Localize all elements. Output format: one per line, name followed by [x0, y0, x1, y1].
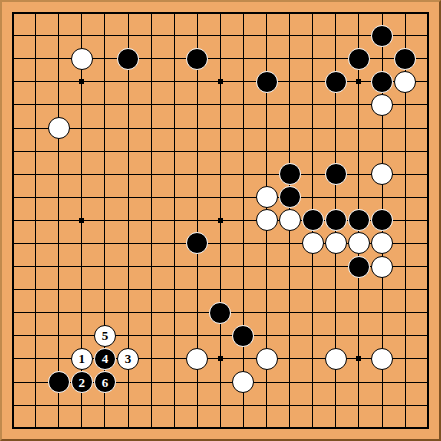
intersection[interactable] — [232, 394, 255, 417]
intersection[interactable] — [70, 47, 93, 70]
intersection[interactable] — [24, 47, 47, 70]
intersection[interactable] — [209, 347, 232, 370]
intersection[interactable] — [186, 163, 209, 186]
intersection[interactable] — [255, 371, 278, 394]
intersection[interactable] — [417, 186, 440, 209]
intersection[interactable] — [394, 116, 417, 139]
intersection[interactable] — [371, 116, 394, 139]
intersection[interactable] — [24, 93, 47, 116]
intersection[interactable] — [255, 278, 278, 301]
intersection[interactable] — [47, 47, 70, 70]
intersection[interactable] — [47, 1, 70, 24]
intersection[interactable] — [417, 163, 440, 186]
intersection[interactable] — [116, 232, 139, 255]
intersection[interactable] — [417, 209, 440, 232]
intersection[interactable] — [24, 371, 47, 394]
intersection[interactable] — [24, 1, 47, 24]
intersection[interactable] — [47, 186, 70, 209]
intersection[interactable] — [209, 301, 232, 324]
intersection[interactable] — [186, 140, 209, 163]
intersection[interactable] — [1, 116, 24, 139]
intersection[interactable] — [394, 347, 417, 370]
intersection[interactable] — [24, 255, 47, 278]
intersection[interactable] — [232, 47, 255, 70]
intersection[interactable] — [301, 116, 324, 139]
intersection[interactable] — [301, 301, 324, 324]
intersection[interactable] — [116, 47, 139, 70]
intersection[interactable] — [278, 255, 301, 278]
intersection[interactable] — [301, 70, 324, 93]
intersection[interactable] — [394, 278, 417, 301]
intersection[interactable] — [186, 70, 209, 93]
intersection[interactable] — [394, 24, 417, 47]
intersection[interactable] — [255, 417, 278, 440]
intersection[interactable] — [1, 209, 24, 232]
intersection[interactable] — [394, 417, 417, 440]
intersection[interactable] — [255, 232, 278, 255]
intersection[interactable] — [93, 255, 116, 278]
intersection[interactable] — [163, 24, 186, 47]
intersection[interactable] — [24, 24, 47, 47]
intersection[interactable] — [140, 93, 163, 116]
intersection[interactable] — [163, 163, 186, 186]
intersection[interactable] — [417, 417, 440, 440]
intersection[interactable] — [209, 116, 232, 139]
intersection[interactable] — [394, 394, 417, 417]
intersection[interactable] — [186, 324, 209, 347]
intersection[interactable] — [324, 1, 347, 24]
intersection[interactable] — [70, 417, 93, 440]
intersection[interactable] — [301, 255, 324, 278]
intersection[interactable] — [47, 70, 70, 93]
intersection[interactable] — [301, 47, 324, 70]
intersection[interactable] — [394, 232, 417, 255]
intersection[interactable] — [371, 24, 394, 47]
intersection[interactable] — [116, 417, 139, 440]
intersection[interactable] — [232, 301, 255, 324]
intersection[interactable] — [417, 394, 440, 417]
intersection[interactable] — [140, 417, 163, 440]
intersection[interactable] — [255, 24, 278, 47]
intersection[interactable] — [24, 116, 47, 139]
intersection[interactable] — [93, 70, 116, 93]
intersection[interactable] — [232, 70, 255, 93]
intersection[interactable] — [371, 301, 394, 324]
intersection[interactable] — [93, 47, 116, 70]
intersection[interactable] — [394, 255, 417, 278]
intersection[interactable] — [232, 255, 255, 278]
intersection[interactable] — [371, 394, 394, 417]
intersection[interactable] — [209, 232, 232, 255]
intersection[interactable] — [371, 186, 394, 209]
intersection[interactable] — [209, 255, 232, 278]
intersection[interactable] — [47, 209, 70, 232]
intersection[interactable] — [47, 278, 70, 301]
intersection[interactable] — [140, 140, 163, 163]
intersection[interactable] — [140, 1, 163, 24]
intersection[interactable] — [186, 371, 209, 394]
intersection[interactable] — [116, 93, 139, 116]
intersection[interactable] — [116, 301, 139, 324]
intersection[interactable] — [278, 371, 301, 394]
intersection[interactable] — [140, 232, 163, 255]
intersection[interactable] — [1, 1, 24, 24]
intersection[interactable] — [301, 371, 324, 394]
intersection[interactable] — [232, 24, 255, 47]
intersection[interactable] — [163, 255, 186, 278]
intersection[interactable] — [417, 232, 440, 255]
intersection[interactable] — [255, 163, 278, 186]
intersection[interactable] — [24, 324, 47, 347]
intersection[interactable] — [163, 417, 186, 440]
intersection[interactable] — [70, 163, 93, 186]
intersection[interactable] — [140, 24, 163, 47]
intersection[interactable] — [163, 371, 186, 394]
intersection[interactable] — [232, 1, 255, 24]
intersection[interactable] — [371, 232, 394, 255]
intersection[interactable] — [47, 347, 70, 370]
intersection[interactable] — [93, 93, 116, 116]
intersection[interactable] — [163, 278, 186, 301]
intersection[interactable] — [70, 140, 93, 163]
intersection[interactable] — [116, 394, 139, 417]
intersection[interactable] — [417, 70, 440, 93]
intersection[interactable] — [186, 209, 209, 232]
intersection[interactable] — [47, 232, 70, 255]
intersection[interactable] — [209, 70, 232, 93]
intersection[interactable] — [186, 116, 209, 139]
intersection[interactable] — [116, 24, 139, 47]
intersection[interactable] — [394, 324, 417, 347]
intersection[interactable] — [1, 24, 24, 47]
intersection[interactable] — [324, 186, 347, 209]
intersection[interactable] — [324, 347, 347, 370]
intersection[interactable] — [93, 209, 116, 232]
intersection[interactable] — [1, 278, 24, 301]
intersection[interactable] — [140, 209, 163, 232]
intersection[interactable] — [93, 394, 116, 417]
intersection[interactable] — [140, 278, 163, 301]
intersection[interactable] — [70, 324, 93, 347]
intersection[interactable] — [324, 278, 347, 301]
intersection[interactable] — [255, 347, 278, 370]
intersection[interactable] — [232, 232, 255, 255]
intersection[interactable] — [417, 347, 440, 370]
intersection[interactable] — [371, 255, 394, 278]
intersection[interactable] — [347, 140, 370, 163]
intersection[interactable] — [70, 278, 93, 301]
intersection[interactable] — [47, 255, 70, 278]
intersection[interactable] — [1, 70, 24, 93]
intersection[interactable] — [24, 347, 47, 370]
intersection[interactable] — [209, 209, 232, 232]
intersection[interactable] — [1, 371, 24, 394]
intersection[interactable] — [301, 347, 324, 370]
intersection[interactable] — [347, 93, 370, 116]
intersection[interactable] — [209, 278, 232, 301]
intersection[interactable] — [371, 47, 394, 70]
intersection[interactable] — [47, 371, 70, 394]
intersection[interactable] — [1, 417, 24, 440]
intersection[interactable] — [394, 70, 417, 93]
intersection[interactable] — [301, 140, 324, 163]
intersection[interactable] — [116, 255, 139, 278]
intersection[interactable] — [278, 186, 301, 209]
intersection[interactable] — [371, 417, 394, 440]
intersection[interactable] — [1, 93, 24, 116]
intersection[interactable] — [24, 163, 47, 186]
intersection[interactable] — [93, 116, 116, 139]
intersection[interactable] — [394, 209, 417, 232]
intersection[interactable] — [232, 371, 255, 394]
intersection[interactable] — [417, 324, 440, 347]
intersection[interactable] — [70, 394, 93, 417]
intersection[interactable] — [278, 232, 301, 255]
intersection[interactable] — [417, 140, 440, 163]
intersection[interactable] — [163, 1, 186, 24]
intersection[interactable] — [417, 47, 440, 70]
intersection[interactable] — [209, 140, 232, 163]
intersection[interactable] — [347, 324, 370, 347]
intersection[interactable] — [1, 255, 24, 278]
intersection[interactable] — [255, 301, 278, 324]
intersection[interactable] — [1, 163, 24, 186]
intersection[interactable] — [278, 301, 301, 324]
intersection[interactable] — [186, 186, 209, 209]
intersection[interactable] — [324, 93, 347, 116]
intersection[interactable] — [255, 47, 278, 70]
intersection[interactable] — [324, 47, 347, 70]
intersection[interactable] — [70, 209, 93, 232]
intersection[interactable] — [278, 417, 301, 440]
intersection[interactable]: 1 — [70, 347, 93, 370]
intersection[interactable] — [347, 47, 370, 70]
intersection[interactable] — [232, 116, 255, 139]
intersection[interactable] — [209, 186, 232, 209]
intersection[interactable] — [70, 24, 93, 47]
intersection[interactable] — [47, 163, 70, 186]
intersection[interactable] — [324, 324, 347, 347]
intersection[interactable] — [116, 209, 139, 232]
intersection[interactable] — [255, 116, 278, 139]
intersection[interactable] — [186, 93, 209, 116]
intersection[interactable] — [347, 278, 370, 301]
intersection[interactable] — [278, 278, 301, 301]
intersection[interactable] — [1, 324, 24, 347]
intersection[interactable] — [324, 232, 347, 255]
intersection[interactable] — [394, 186, 417, 209]
intersection[interactable] — [93, 278, 116, 301]
intersection[interactable] — [163, 186, 186, 209]
intersection[interactable] — [24, 70, 47, 93]
intersection[interactable] — [70, 93, 93, 116]
intersection[interactable] — [347, 232, 370, 255]
intersection[interactable] — [163, 47, 186, 70]
intersection[interactable] — [278, 140, 301, 163]
intersection[interactable] — [24, 301, 47, 324]
intersection[interactable] — [93, 232, 116, 255]
intersection[interactable] — [255, 255, 278, 278]
intersection[interactable] — [163, 394, 186, 417]
intersection[interactable] — [70, 70, 93, 93]
intersection[interactable]: 2 — [70, 371, 93, 394]
intersection[interactable] — [347, 116, 370, 139]
intersection[interactable] — [116, 1, 139, 24]
intersection[interactable]: 5 — [93, 324, 116, 347]
intersection[interactable] — [417, 255, 440, 278]
intersection[interactable] — [371, 278, 394, 301]
intersection[interactable]: 6 — [93, 371, 116, 394]
intersection[interactable] — [163, 70, 186, 93]
intersection[interactable] — [347, 209, 370, 232]
intersection[interactable] — [278, 1, 301, 24]
intersection[interactable] — [116, 116, 139, 139]
intersection[interactable] — [1, 47, 24, 70]
intersection[interactable] — [47, 93, 70, 116]
intersection[interactable] — [93, 186, 116, 209]
intersection[interactable] — [417, 93, 440, 116]
intersection[interactable] — [93, 140, 116, 163]
intersection[interactable] — [278, 163, 301, 186]
intersection[interactable] — [301, 163, 324, 186]
intersection[interactable] — [1, 140, 24, 163]
intersection[interactable] — [1, 186, 24, 209]
intersection[interactable] — [24, 417, 47, 440]
intersection[interactable] — [93, 301, 116, 324]
intersection[interactable] — [116, 186, 139, 209]
intersection[interactable] — [186, 232, 209, 255]
intersection[interactable] — [1, 347, 24, 370]
intersection[interactable] — [140, 163, 163, 186]
intersection[interactable] — [70, 116, 93, 139]
intersection[interactable] — [186, 278, 209, 301]
intersection[interactable] — [140, 371, 163, 394]
intersection[interactable] — [324, 371, 347, 394]
intersection[interactable] — [70, 255, 93, 278]
intersection[interactable] — [186, 47, 209, 70]
intersection[interactable] — [209, 93, 232, 116]
intersection[interactable] — [163, 140, 186, 163]
intersection[interactable] — [116, 70, 139, 93]
intersection[interactable] — [186, 301, 209, 324]
intersection[interactable] — [255, 93, 278, 116]
intersection[interactable] — [140, 255, 163, 278]
intersection[interactable] — [232, 324, 255, 347]
intersection[interactable] — [324, 140, 347, 163]
intersection[interactable] — [140, 347, 163, 370]
intersection[interactable] — [255, 70, 278, 93]
intersection[interactable] — [209, 394, 232, 417]
intersection[interactable] — [209, 1, 232, 24]
intersection[interactable] — [116, 371, 139, 394]
intersection[interactable] — [24, 278, 47, 301]
intersection[interactable] — [255, 394, 278, 417]
intersection[interactable] — [24, 394, 47, 417]
intersection[interactable] — [47, 140, 70, 163]
intersection[interactable] — [301, 24, 324, 47]
intersection[interactable] — [24, 140, 47, 163]
intersection[interactable] — [47, 116, 70, 139]
intersection[interactable] — [347, 186, 370, 209]
intersection[interactable] — [278, 93, 301, 116]
intersection[interactable] — [163, 301, 186, 324]
intersection[interactable] — [417, 301, 440, 324]
intersection[interactable] — [324, 417, 347, 440]
intersection[interactable] — [186, 394, 209, 417]
intersection[interactable] — [417, 278, 440, 301]
intersection[interactable] — [140, 47, 163, 70]
intersection[interactable] — [47, 301, 70, 324]
intersection[interactable] — [278, 47, 301, 70]
intersection[interactable] — [186, 347, 209, 370]
intersection[interactable] — [116, 278, 139, 301]
intersection[interactable] — [70, 301, 93, 324]
intersection[interactable] — [70, 186, 93, 209]
intersection[interactable] — [278, 347, 301, 370]
intersection[interactable] — [301, 278, 324, 301]
intersection[interactable] — [394, 1, 417, 24]
intersection[interactable] — [209, 371, 232, 394]
intersection[interactable] — [417, 1, 440, 24]
intersection[interactable] — [394, 47, 417, 70]
intersection[interactable] — [232, 347, 255, 370]
intersection[interactable] — [47, 394, 70, 417]
intersection[interactable] — [371, 324, 394, 347]
intersection[interactable] — [93, 1, 116, 24]
intersection[interactable] — [186, 417, 209, 440]
intersection[interactable] — [278, 394, 301, 417]
intersection[interactable] — [347, 1, 370, 24]
intersection[interactable] — [209, 47, 232, 70]
intersection[interactable] — [324, 255, 347, 278]
intersection[interactable] — [301, 93, 324, 116]
intersection[interactable] — [301, 1, 324, 24]
intersection[interactable] — [116, 140, 139, 163]
intersection[interactable]: 4 — [93, 347, 116, 370]
intersection[interactable] — [347, 347, 370, 370]
intersection[interactable] — [301, 417, 324, 440]
intersection[interactable] — [140, 186, 163, 209]
intersection[interactable] — [324, 24, 347, 47]
intersection[interactable] — [93, 24, 116, 47]
intersection[interactable] — [371, 347, 394, 370]
intersection[interactable] — [140, 301, 163, 324]
intersection[interactable] — [255, 1, 278, 24]
intersection[interactable] — [209, 417, 232, 440]
intersection[interactable] — [371, 140, 394, 163]
intersection[interactable]: 3 — [116, 347, 139, 370]
intersection[interactable] — [371, 209, 394, 232]
intersection[interactable] — [232, 93, 255, 116]
intersection[interactable] — [278, 116, 301, 139]
intersection[interactable] — [24, 232, 47, 255]
intersection[interactable] — [1, 394, 24, 417]
intersection[interactable] — [47, 324, 70, 347]
intersection[interactable] — [232, 163, 255, 186]
intersection[interactable] — [186, 24, 209, 47]
intersection[interactable] — [163, 209, 186, 232]
intersection[interactable] — [324, 301, 347, 324]
intersection[interactable] — [232, 140, 255, 163]
intersection[interactable] — [186, 255, 209, 278]
intersection[interactable] — [347, 371, 370, 394]
intersection[interactable] — [394, 371, 417, 394]
intersection[interactable] — [278, 324, 301, 347]
intersection[interactable] — [140, 394, 163, 417]
intersection[interactable] — [93, 163, 116, 186]
intersection[interactable] — [70, 1, 93, 24]
intersection[interactable] — [371, 1, 394, 24]
